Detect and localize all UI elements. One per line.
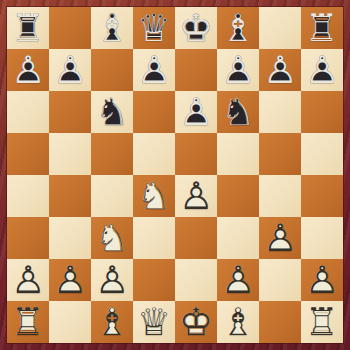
board-frame: ♜♖♝♗♛♕♚♔♝♗♜♖♟♙♟♙♟♙♟♙♟♙♟♙♞♘♟♙♞♘♞♘♟♙♞♘♟♙♟♙… bbox=[0, 0, 350, 350]
square-f8[interactable]: ♝♗ bbox=[217, 7, 259, 49]
square-d7[interactable]: ♟♙ bbox=[133, 49, 175, 91]
square-a1[interactable]: ♜♖ bbox=[7, 301, 49, 343]
black-pawn-outline-icon: ♙ bbox=[259, 49, 301, 91]
square-e8[interactable]: ♚♔ bbox=[175, 7, 217, 49]
square-a8[interactable]: ♜♖ bbox=[7, 7, 49, 49]
white-pawn-outline-icon: ♙ bbox=[301, 259, 343, 301]
square-b2[interactable]: ♟♙ bbox=[49, 259, 91, 301]
black-knight-outline-icon: ♘ bbox=[217, 91, 259, 133]
black-rook[interactable]: ♜♖ bbox=[7, 7, 49, 49]
black-pawn[interactable]: ♟♙ bbox=[175, 91, 217, 133]
square-d8[interactable]: ♛♕ bbox=[133, 7, 175, 49]
square-e6[interactable]: ♟♙ bbox=[175, 91, 217, 133]
square-f2[interactable]: ♟♙ bbox=[217, 259, 259, 301]
square-h8[interactable]: ♜♖ bbox=[301, 7, 343, 49]
square-a2[interactable]: ♟♙ bbox=[7, 259, 49, 301]
square-d4[interactable]: ♞♘ bbox=[133, 175, 175, 217]
square-b5[interactable] bbox=[49, 133, 91, 175]
white-knight[interactable]: ♞♘ bbox=[133, 175, 175, 217]
black-pawn[interactable]: ♟♙ bbox=[259, 49, 301, 91]
square-h5[interactable] bbox=[301, 133, 343, 175]
black-queen[interactable]: ♛♕ bbox=[133, 7, 175, 49]
square-d2[interactable] bbox=[133, 259, 175, 301]
square-h2[interactable]: ♟♙ bbox=[301, 259, 343, 301]
square-e3[interactable] bbox=[175, 217, 217, 259]
black-rook[interactable]: ♜♖ bbox=[301, 7, 343, 49]
square-g8[interactable] bbox=[259, 7, 301, 49]
black-king[interactable]: ♚♔ bbox=[175, 7, 217, 49]
square-e7[interactable] bbox=[175, 49, 217, 91]
square-g1[interactable] bbox=[259, 301, 301, 343]
black-pawn-outline-icon: ♙ bbox=[133, 49, 175, 91]
white-pawn[interactable]: ♟♙ bbox=[259, 217, 301, 259]
black-rook-outline-icon: ♖ bbox=[301, 7, 343, 49]
square-h4[interactable] bbox=[301, 175, 343, 217]
square-d3[interactable] bbox=[133, 217, 175, 259]
white-knight[interactable]: ♞♘ bbox=[91, 217, 133, 259]
white-pawn-outline-icon: ♙ bbox=[91, 259, 133, 301]
square-c8[interactable]: ♝♗ bbox=[91, 7, 133, 49]
white-queen[interactable]: ♛♕ bbox=[133, 301, 175, 343]
black-rook-outline-icon: ♖ bbox=[7, 7, 49, 49]
white-bishop-outline-icon: ♗ bbox=[217, 301, 259, 343]
white-pawn-outline-icon: ♙ bbox=[49, 259, 91, 301]
white-pawn-outline-icon: ♙ bbox=[259, 217, 301, 259]
white-pawn[interactable]: ♟♙ bbox=[91, 259, 133, 301]
square-a6[interactable] bbox=[7, 91, 49, 133]
square-a5[interactable] bbox=[7, 133, 49, 175]
white-pawn-outline-icon: ♙ bbox=[217, 259, 259, 301]
square-h7[interactable]: ♟♙ bbox=[301, 49, 343, 91]
square-e1[interactable]: ♚♔ bbox=[175, 301, 217, 343]
square-f3[interactable] bbox=[217, 217, 259, 259]
white-pawn-outline-icon: ♙ bbox=[175, 175, 217, 217]
black-bishop[interactable]: ♝♗ bbox=[91, 7, 133, 49]
white-pawn[interactable]: ♟♙ bbox=[175, 175, 217, 217]
black-bishop-outline-icon: ♗ bbox=[91, 7, 133, 49]
chess-board: ♜♖♝♗♛♕♚♔♝♗♜♖♟♙♟♙♟♙♟♙♟♙♟♙♞♘♟♙♞♘♞♘♟♙♞♘♟♙♟♙… bbox=[7, 7, 343, 343]
black-queen-outline-icon: ♕ bbox=[133, 7, 175, 49]
square-d6[interactable] bbox=[133, 91, 175, 133]
square-c3[interactable]: ♞♘ bbox=[91, 217, 133, 259]
black-bishop[interactable]: ♝♗ bbox=[217, 7, 259, 49]
square-g7[interactable]: ♟♙ bbox=[259, 49, 301, 91]
square-b7[interactable]: ♟♙ bbox=[49, 49, 91, 91]
square-c1[interactable]: ♝♗ bbox=[91, 301, 133, 343]
square-e4[interactable]: ♟♙ bbox=[175, 175, 217, 217]
black-pawn[interactable]: ♟♙ bbox=[7, 49, 49, 91]
square-h1[interactable]: ♜♖ bbox=[301, 301, 343, 343]
square-d1[interactable]: ♛♕ bbox=[133, 301, 175, 343]
white-queen-outline-icon: ♕ bbox=[133, 301, 175, 343]
white-rook-outline-icon: ♖ bbox=[301, 301, 343, 343]
square-c4[interactable] bbox=[91, 175, 133, 217]
square-a7[interactable]: ♟♙ bbox=[7, 49, 49, 91]
square-g2[interactable] bbox=[259, 259, 301, 301]
white-knight-outline-icon: ♘ bbox=[133, 175, 175, 217]
white-rook[interactable]: ♜♖ bbox=[7, 301, 49, 343]
black-bishop-outline-icon: ♗ bbox=[217, 7, 259, 49]
white-rook-outline-icon: ♖ bbox=[7, 301, 49, 343]
square-c5[interactable] bbox=[91, 133, 133, 175]
square-g5[interactable] bbox=[259, 133, 301, 175]
white-pawn[interactable]: ♟♙ bbox=[217, 259, 259, 301]
black-pawn-outline-icon: ♙ bbox=[217, 49, 259, 91]
square-g4[interactable] bbox=[259, 175, 301, 217]
white-knight-outline-icon: ♘ bbox=[91, 217, 133, 259]
square-b3[interactable] bbox=[49, 217, 91, 259]
white-bishop[interactable]: ♝♗ bbox=[91, 301, 133, 343]
square-f4[interactable] bbox=[217, 175, 259, 217]
black-knight[interactable]: ♞♘ bbox=[91, 91, 133, 133]
square-h6[interactable] bbox=[301, 91, 343, 133]
black-pawn[interactable]: ♟♙ bbox=[301, 49, 343, 91]
square-a4[interactable] bbox=[7, 175, 49, 217]
white-bishop-outline-icon: ♗ bbox=[91, 301, 133, 343]
white-king[interactable]: ♚♔ bbox=[175, 301, 217, 343]
white-pawn-outline-icon: ♙ bbox=[7, 259, 49, 301]
square-b1[interactable] bbox=[49, 301, 91, 343]
black-pawn-outline-icon: ♙ bbox=[301, 49, 343, 91]
black-pawn[interactable]: ♟♙ bbox=[133, 49, 175, 91]
white-pawn[interactable]: ♟♙ bbox=[7, 259, 49, 301]
square-h3[interactable] bbox=[301, 217, 343, 259]
black-knight-outline-icon: ♘ bbox=[91, 91, 133, 133]
square-b6[interactable] bbox=[49, 91, 91, 133]
white-pawn[interactable]: ♟♙ bbox=[301, 259, 343, 301]
square-b4[interactable] bbox=[49, 175, 91, 217]
square-c2[interactable]: ♟♙ bbox=[91, 259, 133, 301]
square-a3[interactable] bbox=[7, 217, 49, 259]
square-c7[interactable] bbox=[91, 49, 133, 91]
black-pawn-outline-icon: ♙ bbox=[7, 49, 49, 91]
square-f6[interactable]: ♞♘ bbox=[217, 91, 259, 133]
square-g3[interactable]: ♟♙ bbox=[259, 217, 301, 259]
square-f7[interactable]: ♟♙ bbox=[217, 49, 259, 91]
black-pawn-outline-icon: ♙ bbox=[49, 49, 91, 91]
square-f5[interactable] bbox=[217, 133, 259, 175]
square-g6[interactable] bbox=[259, 91, 301, 133]
black-pawn[interactable]: ♟♙ bbox=[49, 49, 91, 91]
black-knight[interactable]: ♞♘ bbox=[217, 91, 259, 133]
square-e5[interactable] bbox=[175, 133, 217, 175]
square-b8[interactable] bbox=[49, 7, 91, 49]
black-king-outline-icon: ♔ bbox=[175, 7, 217, 49]
white-pawn[interactable]: ♟♙ bbox=[49, 259, 91, 301]
square-f1[interactable]: ♝♗ bbox=[217, 301, 259, 343]
white-rook[interactable]: ♜♖ bbox=[301, 301, 343, 343]
square-d5[interactable] bbox=[133, 133, 175, 175]
white-king-outline-icon: ♔ bbox=[175, 301, 217, 343]
square-e2[interactable] bbox=[175, 259, 217, 301]
square-c6[interactable]: ♞♘ bbox=[91, 91, 133, 133]
black-pawn-outline-icon: ♙ bbox=[175, 91, 217, 133]
black-pawn[interactable]: ♟♙ bbox=[217, 49, 259, 91]
white-bishop[interactable]: ♝♗ bbox=[217, 301, 259, 343]
